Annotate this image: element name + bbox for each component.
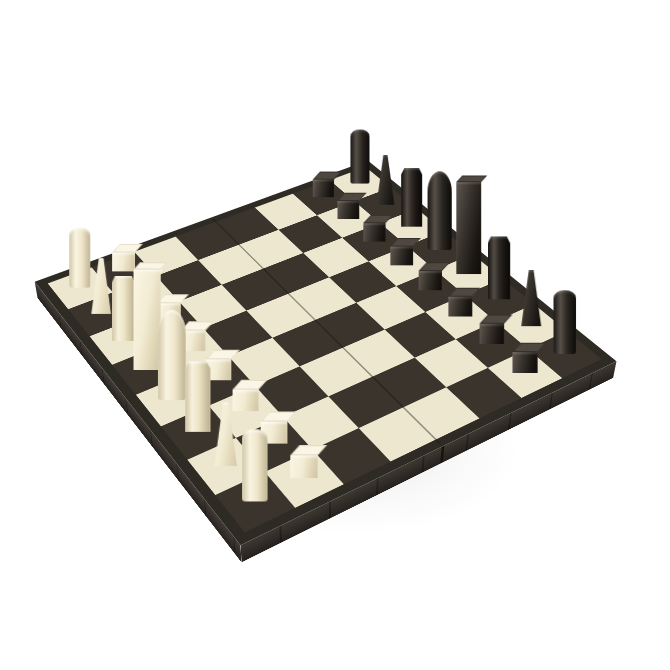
piece-white-bishop-f1 <box>185 361 210 432</box>
piece-white-queen-e1 <box>158 310 186 400</box>
chess-set-photo <box>0 0 670 670</box>
piece-black-pawn-c7 <box>363 223 385 242</box>
piece-black-knight-b8 <box>374 155 397 205</box>
piece-white-king-d1 <box>134 270 161 370</box>
piece-black-rook-a8 <box>350 129 369 183</box>
piece-black-knight-g8 <box>518 270 544 326</box>
piece-black-bishop-f8 <box>488 236 511 299</box>
piece-black-pawn-b7 <box>337 201 359 219</box>
piece-white-bishop-c1 <box>112 276 135 341</box>
piece-black-bishop-c8 <box>401 168 422 227</box>
piece-black-rook-h8 <box>553 290 576 354</box>
piece-black-pawn-g7 <box>480 324 505 344</box>
piece-black-pawn-f7 <box>448 297 472 317</box>
piece-black-pawn-h7 <box>512 352 537 373</box>
piece-white-knight-g1 <box>211 402 241 466</box>
piece-white-pawn-h2 <box>290 455 318 478</box>
piece-white-pawn-f2 <box>233 390 259 412</box>
piece-white-rook-a1 <box>69 228 90 288</box>
piece-white-rook-h1 <box>242 429 268 501</box>
piece-white-pawn-a2 <box>112 252 135 271</box>
piece-black-pawn-a7 <box>313 180 334 198</box>
piece-black-pawn-e7 <box>419 271 442 290</box>
piece-black-king-e8 <box>456 182 481 274</box>
piece-black-queen-d8 <box>428 171 452 250</box>
piece-black-pawn-d7 <box>390 247 413 266</box>
